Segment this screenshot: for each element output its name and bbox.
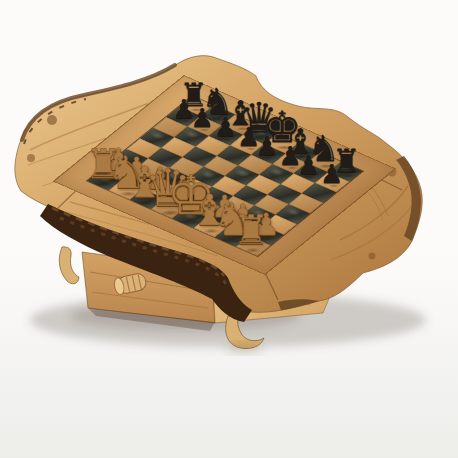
- left-foot: [59, 247, 79, 284]
- foot-shadow: [226, 344, 262, 352]
- photo-scene: ♜♞♝♛♚♝♞♜♟♟♟♟♟♟♟♟♟♟♟♟♟♟♟♟♜♞♝♛♚♝♞♜: [0, 0, 458, 458]
